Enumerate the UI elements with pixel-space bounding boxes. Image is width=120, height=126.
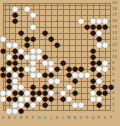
black-stone: ● [102,24,108,30]
black-stone: ● [54,66,60,72]
black-stone: ● [18,108,24,114]
white-stone: ● [54,78,60,84]
white-stone: ● [30,12,36,18]
black-stone: ● [96,102,102,108]
go-board[interactable]: ●●●●●●●●●●●●●●●●●●●●●●●●●●●●●●●●●●●●●●●●… [0,0,114,114]
stones-layer: ●●●●●●●●●●●●●●●●●●●●●●●●●●●●●●●●●●●●●●●●… [0,0,114,114]
black-stone: ● [72,90,78,96]
row-number-labels: 19181716151413121110987654321 [112,0,120,114]
white-stone: ● [78,102,84,108]
column-letter-labels: ABCDEFGHJKLMNOPQRST [0,115,114,123]
white-stone: ● [30,102,36,108]
white-stone: ● [30,24,36,30]
black-stone: ● [30,36,36,42]
white-stone: ● [102,42,108,48]
go-app-screenshot: ●●●●●●●●●●●●●●●●●●●●●●●●●●●●●●●●●●●●●●●●… [0,0,120,126]
black-stone: ● [42,102,48,108]
column-label: T [108,115,114,123]
black-stone: ● [18,72,24,78]
row-label: 1 [112,108,120,114]
black-stone: ● [102,90,108,96]
black-stone: ● [12,18,18,24]
white-stone: ● [102,66,108,72]
black-stone: ● [48,96,54,102]
black-stone: ● [54,42,60,48]
black-stone: ● [72,78,78,84]
